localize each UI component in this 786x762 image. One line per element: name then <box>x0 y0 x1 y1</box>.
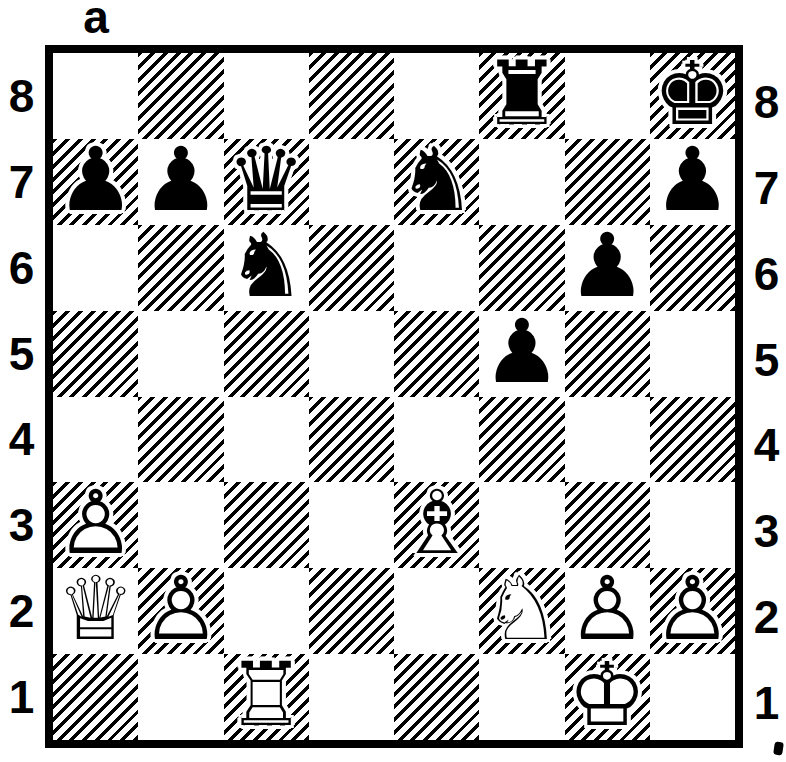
square-b2: ♟♙ <box>138 568 223 654</box>
rank-label-7: 7 <box>0 139 43 225</box>
square-a3: ♟♙ <box>53 482 138 568</box>
rank-label-3: 3 <box>747 488 786 574</box>
piece-glyph: ♞ <box>397 136 476 224</box>
piece-glyph: ♘ <box>482 565 561 653</box>
piece-glyph: ♕ <box>56 565 135 653</box>
square-c2 <box>224 568 309 654</box>
square-h6 <box>650 225 735 311</box>
piece-glyph: ♙ <box>568 565 647 653</box>
square-g8 <box>565 53 650 139</box>
white-pawn-b2: ♟♙ <box>138 568 223 654</box>
square-d7 <box>309 139 394 225</box>
piece-glyph: ♟ <box>482 308 561 396</box>
square-a2: ♛♕ <box>53 568 138 654</box>
square-h2: ♟♙ <box>650 568 735 654</box>
square-g7 <box>565 139 650 225</box>
white-rook-c1: ♜♖ <box>224 654 309 740</box>
square-f5: ♟♟ <box>479 311 564 397</box>
rank-label-8: 8 <box>0 53 43 139</box>
rank-label-1: 1 <box>0 654 43 740</box>
square-a4 <box>53 397 138 483</box>
piece-glyph: ♟ <box>141 136 220 224</box>
square-a8 <box>53 53 138 139</box>
piece-glyph: ♙ <box>653 565 732 653</box>
square-c3 <box>224 482 309 568</box>
square-g2: ♟♙ <box>565 568 650 654</box>
piece-glyph: ♙ <box>56 479 135 567</box>
black-knight-e7: ♞♞ <box>394 139 479 225</box>
square-h4 <box>650 397 735 483</box>
square-c7: ♛♛ <box>224 139 309 225</box>
square-f7 <box>479 139 564 225</box>
square-h1 <box>650 654 735 740</box>
black-pawn-b7: ♟♟ <box>138 139 223 225</box>
black-pawn-f5: ♟♟ <box>479 311 564 397</box>
square-a1 <box>53 654 138 740</box>
square-d3 <box>309 482 394 568</box>
rank-label-5: 5 <box>0 311 43 397</box>
square-h5 <box>650 311 735 397</box>
square-c6: ♞♞ <box>224 225 309 311</box>
square-d4 <box>309 397 394 483</box>
piece-glyph: ♟ <box>653 136 732 224</box>
black-pawn-a7: ♟♟ <box>53 139 138 225</box>
piece-glyph: ♚ <box>653 50 732 138</box>
black-queen-c7: ♛♛ <box>224 139 309 225</box>
piece-glyph: ♜ <box>482 50 561 138</box>
rank-label-6: 6 <box>0 225 43 311</box>
square-d1 <box>309 654 394 740</box>
rank-label-2: 2 <box>747 574 786 660</box>
rank-label-6: 6 <box>747 231 786 317</box>
rank-label-7: 7 <box>747 145 786 231</box>
piece-glyph: ♔ <box>568 651 647 739</box>
square-e3: ♝♗ <box>394 482 479 568</box>
square-b5 <box>138 311 223 397</box>
black-knight-c6: ♞♞ <box>224 225 309 311</box>
piece-glyph: ♞ <box>227 222 306 310</box>
square-f3 <box>479 482 564 568</box>
rank-label-4: 4 <box>0 397 43 483</box>
square-d5 <box>309 311 394 397</box>
rank-label-8: 8 <box>747 59 786 145</box>
square-f8: ♜♜ <box>479 53 564 139</box>
square-e7: ♞♞ <box>394 139 479 225</box>
square-h8: ♚♚ <box>650 53 735 139</box>
piece-glyph: ♟ <box>568 222 647 310</box>
rank-label-4: 4 <box>747 403 786 489</box>
white-queen-a2: ♛♕ <box>53 568 138 654</box>
white-pawn-g2: ♟♙ <box>565 568 650 654</box>
file-label-a: a <box>53 0 139 42</box>
square-h3 <box>650 482 735 568</box>
square-c4 <box>224 397 309 483</box>
square-d2 <box>309 568 394 654</box>
square-b6 <box>138 225 223 311</box>
square-d6 <box>309 225 394 311</box>
rank-label-2: 2 <box>0 568 43 654</box>
square-f2: ♞♘ <box>479 568 564 654</box>
white-pawn-h2: ♟♙ <box>650 568 735 654</box>
square-g1: ♚♔ <box>565 654 650 740</box>
chess-board: ♜♜♚♚♟♟♟♟♛♛♞♞♟♟♞♞♟♟♟♟♟♙♝♗♛♕♟♙♞♘♟♙♟♙♜♖♚♔ <box>53 53 735 740</box>
square-h7: ♟♟ <box>650 139 735 225</box>
square-c5 <box>224 311 309 397</box>
square-e1 <box>394 654 479 740</box>
white-king-g1: ♚♔ <box>565 654 650 740</box>
square-b7: ♟♟ <box>138 139 223 225</box>
square-c1: ♜♖ <box>224 654 309 740</box>
rank-labels-right: 87654321 <box>747 53 786 740</box>
rank-labels-left: 87654321 <box>0 53 43 740</box>
square-d8 <box>309 53 394 139</box>
black-pawn-g6: ♟♟ <box>565 225 650 311</box>
square-b1 <box>138 654 223 740</box>
black-king-h8: ♚♚ <box>650 53 735 139</box>
square-e5 <box>394 311 479 397</box>
square-b8 <box>138 53 223 139</box>
black-pawn-h7: ♟♟ <box>650 139 735 225</box>
white-pawn-a3: ♟♙ <box>53 482 138 568</box>
square-b4 <box>138 397 223 483</box>
square-e8 <box>394 53 479 139</box>
square-g3 <box>565 482 650 568</box>
square-e6 <box>394 225 479 311</box>
square-g5 <box>565 311 650 397</box>
piece-glyph: ♟ <box>56 136 135 224</box>
rank-label-5: 5 <box>747 317 786 403</box>
piece-glyph: ♗ <box>397 479 476 567</box>
board-frame: ♜♜♚♚♟♟♟♟♛♛♞♞♟♟♞♞♟♟♟♟♟♙♝♗♛♕♟♙♞♘♟♙♟♙♜♖♚♔ <box>45 45 743 748</box>
white-bishop-e3: ♝♗ <box>394 482 479 568</box>
square-g4 <box>565 397 650 483</box>
square-e2 <box>394 568 479 654</box>
piece-glyph: ♙ <box>141 565 220 653</box>
white-knight-f2: ♞♘ <box>479 568 564 654</box>
square-e4 <box>394 397 479 483</box>
black-rook-f8: ♜♜ <box>479 53 564 139</box>
square-a5 <box>53 311 138 397</box>
square-f6 <box>479 225 564 311</box>
stray-ink-mark <box>773 741 784 755</box>
rank-label-1: 1 <box>747 660 786 746</box>
piece-glyph: ♛ <box>227 136 306 224</box>
square-g6: ♟♟ <box>565 225 650 311</box>
square-f1 <box>479 654 564 740</box>
square-b3 <box>138 482 223 568</box>
piece-glyph: ♖ <box>227 651 306 739</box>
square-c8 <box>224 53 309 139</box>
square-a6 <box>53 225 138 311</box>
square-a7: ♟♟ <box>53 139 138 225</box>
rank-label-3: 3 <box>0 482 43 568</box>
chess-diagram-page: a 87654321 ♜♜♚♚♟♟♟♟♛♛♞♞♟♟♞♞♟♟♟♟♟♙♝♗♛♕♟♙♞… <box>0 0 786 762</box>
square-f4 <box>479 397 564 483</box>
